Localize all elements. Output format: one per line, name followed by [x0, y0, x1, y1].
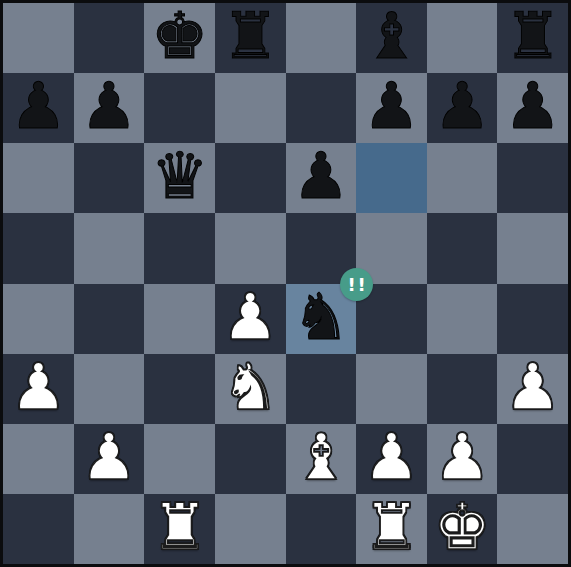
square-f2[interactable]: ♟	[356, 424, 427, 494]
square-h7[interactable]: ♟	[497, 73, 568, 143]
square-e7[interactable]	[286, 73, 357, 143]
square-f8[interactable]: ♝	[356, 3, 427, 73]
square-b8[interactable]	[74, 3, 145, 73]
square-f3[interactable]	[356, 354, 427, 424]
square-e2[interactable]: ♝	[286, 424, 357, 494]
square-e3[interactable]	[286, 354, 357, 424]
piece-black-rook[interactable]: ♜	[222, 4, 279, 68]
piece-black-knight[interactable]: ♞	[292, 285, 349, 349]
square-d4[interactable]: ♟	[215, 284, 286, 354]
square-d7[interactable]	[215, 73, 286, 143]
square-a7[interactable]: ♟	[3, 73, 74, 143]
piece-black-pawn[interactable]: ♟	[80, 74, 137, 138]
piece-black-rook[interactable]: ♜	[504, 4, 561, 68]
piece-black-pawn[interactable]: ♟	[363, 74, 420, 138]
piece-black-bishop[interactable]: ♝	[363, 4, 420, 68]
square-h5[interactable]	[497, 213, 568, 283]
square-c2[interactable]	[144, 424, 215, 494]
square-a4[interactable]	[3, 284, 74, 354]
square-h2[interactable]	[497, 424, 568, 494]
square-b5[interactable]	[74, 213, 145, 283]
square-e8[interactable]	[286, 3, 357, 73]
square-h1[interactable]	[497, 494, 568, 564]
square-g2[interactable]: ♟	[427, 424, 498, 494]
square-d3[interactable]: ♞	[215, 354, 286, 424]
square-d6[interactable]	[215, 143, 286, 213]
square-g3[interactable]	[427, 354, 498, 424]
square-b4[interactable]	[74, 284, 145, 354]
square-c4[interactable]	[144, 284, 215, 354]
piece-white-pawn[interactable]: ♟	[433, 425, 490, 489]
piece-white-king[interactable]: ♚	[433, 495, 490, 559]
square-a3[interactable]: ♟	[3, 354, 74, 424]
square-h6[interactable]	[497, 143, 568, 213]
square-b6[interactable]	[74, 143, 145, 213]
square-h8[interactable]: ♜	[497, 3, 568, 73]
square-c8[interactable]: ♚	[144, 3, 215, 73]
square-f6[interactable]	[356, 143, 427, 213]
piece-white-pawn[interactable]: ♟	[10, 355, 67, 419]
square-b3[interactable]	[74, 354, 145, 424]
square-b1[interactable]	[74, 494, 145, 564]
square-h4[interactable]	[497, 284, 568, 354]
piece-white-pawn[interactable]: ♟	[222, 285, 279, 349]
square-b7[interactable]: ♟	[74, 73, 145, 143]
square-c5[interactable]	[144, 213, 215, 283]
brilliant-move-badge: !!	[340, 268, 373, 301]
piece-white-pawn[interactable]: ♟	[504, 355, 561, 419]
square-a5[interactable]	[3, 213, 74, 283]
square-c1[interactable]: ♜	[144, 494, 215, 564]
square-e4[interactable]: ♞!!	[286, 284, 357, 354]
square-e1[interactable]	[286, 494, 357, 564]
piece-white-knight[interactable]: ♞	[222, 355, 279, 419]
square-c7[interactable]	[144, 73, 215, 143]
piece-black-pawn[interactable]: ♟	[292, 144, 349, 208]
square-f1[interactable]: ♜	[356, 494, 427, 564]
square-d1[interactable]	[215, 494, 286, 564]
square-a8[interactable]	[3, 3, 74, 73]
square-h3[interactable]: ♟	[497, 354, 568, 424]
square-f7[interactable]: ♟	[356, 73, 427, 143]
square-g5[interactable]	[427, 213, 498, 283]
board-frame: ♚♜♝♜♟♟♟♟♟♛♟♟♞!!♟♞♟♟♝♟♟♜♜♚	[0, 0, 571, 567]
piece-white-rook[interactable]: ♜	[363, 495, 420, 559]
square-a6[interactable]	[3, 143, 74, 213]
square-g1[interactable]: ♚	[427, 494, 498, 564]
piece-white-pawn[interactable]: ♟	[363, 425, 420, 489]
square-c6[interactable]: ♛	[144, 143, 215, 213]
chess-board: ♚♜♝♜♟♟♟♟♟♛♟♟♞!!♟♞♟♟♝♟♟♜♜♚	[3, 3, 568, 564]
square-a1[interactable]	[3, 494, 74, 564]
square-e6[interactable]: ♟	[286, 143, 357, 213]
piece-black-pawn[interactable]: ♟	[433, 74, 490, 138]
piece-white-rook[interactable]: ♜	[151, 495, 208, 559]
square-a2[interactable]	[3, 424, 74, 494]
square-g7[interactable]: ♟	[427, 73, 498, 143]
piece-white-bishop[interactable]: ♝	[292, 425, 349, 489]
square-d8[interactable]: ♜	[215, 3, 286, 73]
piece-black-king[interactable]: ♚	[151, 4, 208, 68]
square-d2[interactable]	[215, 424, 286, 494]
square-c3[interactable]	[144, 354, 215, 424]
piece-black-queen[interactable]: ♛	[151, 144, 208, 208]
square-d5[interactable]	[215, 213, 286, 283]
piece-black-pawn[interactable]: ♟	[10, 74, 67, 138]
square-g6[interactable]	[427, 143, 498, 213]
piece-white-pawn[interactable]: ♟	[80, 425, 137, 489]
piece-black-pawn[interactable]: ♟	[504, 74, 561, 138]
square-g8[interactable]	[427, 3, 498, 73]
square-g4[interactable]	[427, 284, 498, 354]
square-b2[interactable]: ♟	[74, 424, 145, 494]
